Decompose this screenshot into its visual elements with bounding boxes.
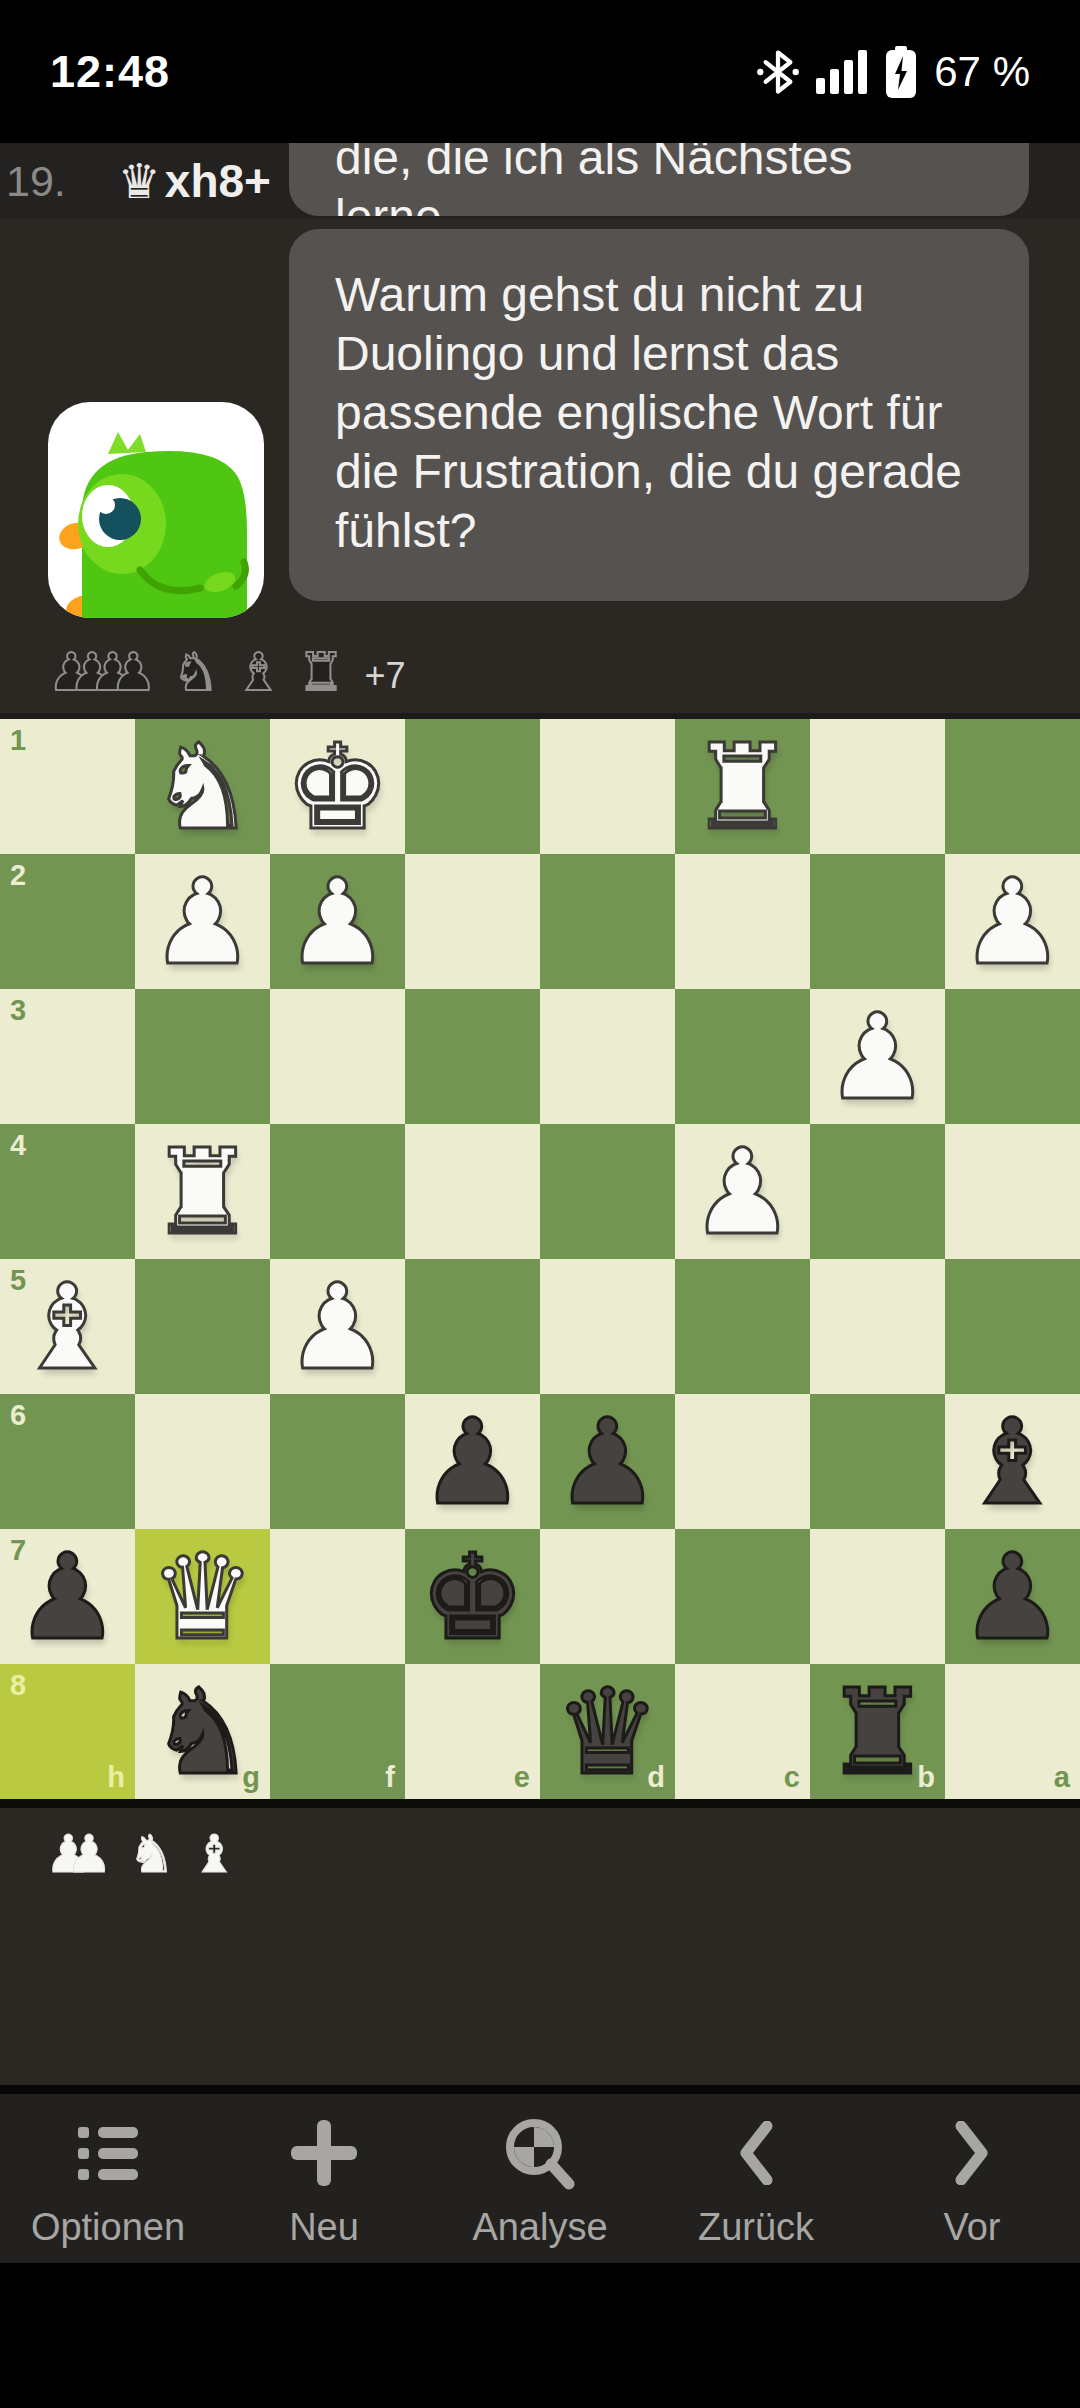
captured-pieces-row: ♟♟♞♝ [45,1828,238,1880]
captured-pieces-player: ♟♟♞♝ [45,1824,238,1880]
square-g6[interactable] [135,1394,270,1529]
square-c7[interactable] [675,1529,810,1664]
piece-white-pawn-b3[interactable]: ♟ [810,989,945,1124]
square-g7[interactable]: ♛ [135,1529,270,1664]
file-label-a: a [1054,1761,1070,1794]
square-e4[interactable] [405,1124,540,1259]
optionen-button[interactable]: Optionen [0,2094,216,2263]
square-d1[interactable] [540,719,675,854]
square-c3[interactable] [675,989,810,1124]
square-g5[interactable] [135,1259,270,1394]
vor-button[interactable]: Vor [864,2094,1080,2263]
square-c1[interactable]: ♜ [675,719,810,854]
square-e8[interactable]: e [405,1664,540,1799]
battery-charging-icon [884,46,918,98]
rank-label-6: 6 [10,1399,26,1432]
square-a7[interactable]: ♟ [945,1529,1080,1664]
square-f8[interactable]: f [270,1664,405,1799]
piece-white-pawn-f5[interactable]: ♟ [270,1259,405,1394]
plus-icon [291,2120,357,2186]
analyse-label: Analyse [472,2206,607,2249]
piece-black-pawn-h7[interactable]: ♟ [0,1529,135,1664]
material-advantage: +7 [364,649,405,697]
file-label-f: f [385,1761,395,1794]
captured-white-bishop: ♝ [191,1828,238,1880]
square-h2[interactable]: 2 [0,854,135,989]
square-b3[interactable]: ♟ [810,989,945,1124]
piece-black-bishop-a6[interactable]: ♝ [945,1394,1080,1529]
signal-strength-icon [816,50,868,94]
square-d8[interactable]: d♛ [540,1664,675,1799]
square-b2[interactable] [810,854,945,989]
phone-screen: 12:48 67 % 19. ♛ xh8+ die [0,0,1080,2408]
duolingo-owl-icon [48,402,264,618]
piece-black-rook-b8[interactable]: ♜ [810,1664,945,1799]
captured-pieces-opponent: ♟♟♟♟♞♝♜ +7 [48,648,405,698]
captured-white-knight: ♞ [128,1828,175,1880]
square-f1[interactable]: ♚ [270,719,405,854]
piece-white-queen-g7[interactable]: ♛ [135,1529,270,1664]
piece-white-rook-c1[interactable]: ♜ [675,719,810,854]
square-c4[interactable]: ♟ [675,1124,810,1259]
square-a8[interactable]: a [945,1664,1080,1799]
piece-black-pawn-d6[interactable]: ♟ [540,1394,675,1529]
square-g8[interactable]: g♞ [135,1664,270,1799]
zurueck-label: Zurück [698,2206,814,2249]
square-d7[interactable] [540,1529,675,1664]
square-e2[interactable] [405,854,540,989]
chevron-left-icon [738,2121,774,2185]
square-f6[interactable] [270,1394,405,1529]
piece-black-pawn-e6[interactable]: ♟ [405,1394,540,1529]
piece-black-queen-d8[interactable]: ♛ [540,1664,675,1799]
neu-button[interactable]: Neu [216,2094,432,2263]
square-f3[interactable] [270,989,405,1124]
square-b1[interactable] [810,719,945,854]
piece-white-pawn-g2[interactable]: ♟ [135,854,270,989]
square-c2[interactable] [675,854,810,989]
square-h3[interactable]: 3 [0,989,135,1124]
piece-black-pawn-a7[interactable]: ♟ [945,1529,1080,1664]
square-e6[interactable]: ♟ [405,1394,540,1529]
white-queen-move-icon: ♛ [118,157,161,205]
square-a2[interactable]: ♟ [945,854,1080,989]
square-d3[interactable] [540,989,675,1124]
square-h1[interactable]: 1 [0,719,135,854]
square-b7[interactable] [810,1529,945,1664]
bottom-toolbar: Optionen Neu Analyse Zurüc [0,2094,1080,2263]
captured-black-knight: ♞ [173,646,220,698]
clock: 12:48 [50,46,170,98]
square-a4[interactable] [945,1124,1080,1259]
square-h8[interactable]: 8h [0,1664,135,1799]
move-number: 19. [6,157,66,206]
square-b6[interactable] [810,1394,945,1529]
square-e1[interactable] [405,719,540,854]
square-d2[interactable] [540,854,675,989]
square-c6[interactable] [675,1394,810,1529]
square-f7[interactable] [270,1529,405,1664]
square-g2[interactable]: ♟ [135,854,270,989]
chat-text: Warum gehst du nicht zu Duolingo und ler… [335,265,983,560]
captured-black-bishop: ♝ [235,646,282,698]
optionen-label: Optionen [31,2206,185,2249]
rank-label-3: 3 [10,994,26,1027]
square-g4[interactable]: ♜ [135,1124,270,1259]
options-list-icon [78,2120,138,2186]
file-label-c: c [784,1761,800,1794]
zurueck-button[interactable]: Zurück [648,2094,864,2263]
move-san: xh8+ [165,154,271,208]
piece-white-rook-g4[interactable]: ♜ [135,1124,270,1259]
square-a5[interactable] [945,1259,1080,1394]
vor-label: Vor [943,2206,1000,2249]
rank-label-4: 4 [10,1129,26,1162]
piece-white-king-f1[interactable]: ♚ [270,719,405,854]
file-label-e: e [514,1761,530,1794]
analyse-button[interactable]: Analyse [432,2094,648,2263]
piece-white-pawn-f2[interactable]: ♟ [270,854,405,989]
square-a1[interactable] [945,719,1080,854]
square-e5[interactable] [405,1259,540,1394]
square-h4[interactable]: 4 [0,1124,135,1259]
status-icons: 67 % [756,46,1030,98]
piece-white-pawn-c4[interactable]: ♟ [675,1124,810,1259]
square-f4[interactable] [270,1124,405,1259]
square-d4[interactable] [540,1124,675,1259]
captured-pieces-row: ♟♟♟♟♞♝♜ [48,646,344,698]
square-f2[interactable]: ♟ [270,854,405,989]
rank-label-8: 8 [10,1669,26,1702]
square-d5[interactable] [540,1259,675,1394]
square-a6[interactable]: ♝ [945,1394,1080,1529]
piece-white-pawn-a2[interactable]: ♟ [945,854,1080,989]
square-b5[interactable] [810,1259,945,1394]
analysis-magnifier-icon [501,2114,579,2192]
square-c5[interactable] [675,1259,810,1394]
square-e7[interactable]: ♚ [405,1529,540,1664]
chat-bubble: Warum gehst du nicht zu Duolingo und ler… [289,229,1029,601]
piece-black-king-e7[interactable]: ♚ [405,1529,540,1664]
chevron-right-icon [954,2121,990,2185]
neu-label: Neu [289,2206,359,2249]
square-b8[interactable]: b♜ [810,1664,945,1799]
chess-board: 1♞♚♜2♟♟♟3♟4♜♟5♝♟6♟♟♝7♟♛♚♟8hg♞fed♛cb♜a [0,719,1080,1799]
piece-black-knight-g8[interactable]: ♞ [135,1664,270,1799]
square-d6[interactable]: ♟ [540,1394,675,1529]
square-f5[interactable]: ♟ [270,1259,405,1394]
status-bar: 12:48 67 % [0,0,1080,143]
captured-black-rook: ♜ [298,646,345,698]
android-nav-bar [0,2263,1080,2408]
square-b4[interactable] [810,1124,945,1259]
square-a3[interactable] [945,989,1080,1124]
square-c8[interactable]: c [675,1664,810,1799]
captured-white-pawn: ♟ [66,1828,113,1880]
captured-black-pawn: ♟ [110,646,157,698]
opponent-avatar[interactable] [48,402,264,618]
rank-label-2: 2 [10,859,26,892]
square-g1[interactable]: ♞ [135,719,270,854]
rank-label-1: 1 [10,724,26,757]
bluetooth-icon [756,49,800,95]
square-g3[interactable] [135,989,270,1124]
battery-percent: 67 % [934,48,1030,96]
toolbar-top-separator [0,2085,1080,2094]
square-h7[interactable]: 7♟ [0,1529,135,1664]
square-e3[interactable] [405,989,540,1124]
piece-white-bishop-h5[interactable]: ♝ [0,1259,135,1394]
file-label-h: h [107,1761,125,1794]
piece-white-knight-g1[interactable]: ♞ [135,719,270,854]
square-h5[interactable]: 5♝ [0,1259,135,1394]
square-h6[interactable]: 6 [0,1394,135,1529]
